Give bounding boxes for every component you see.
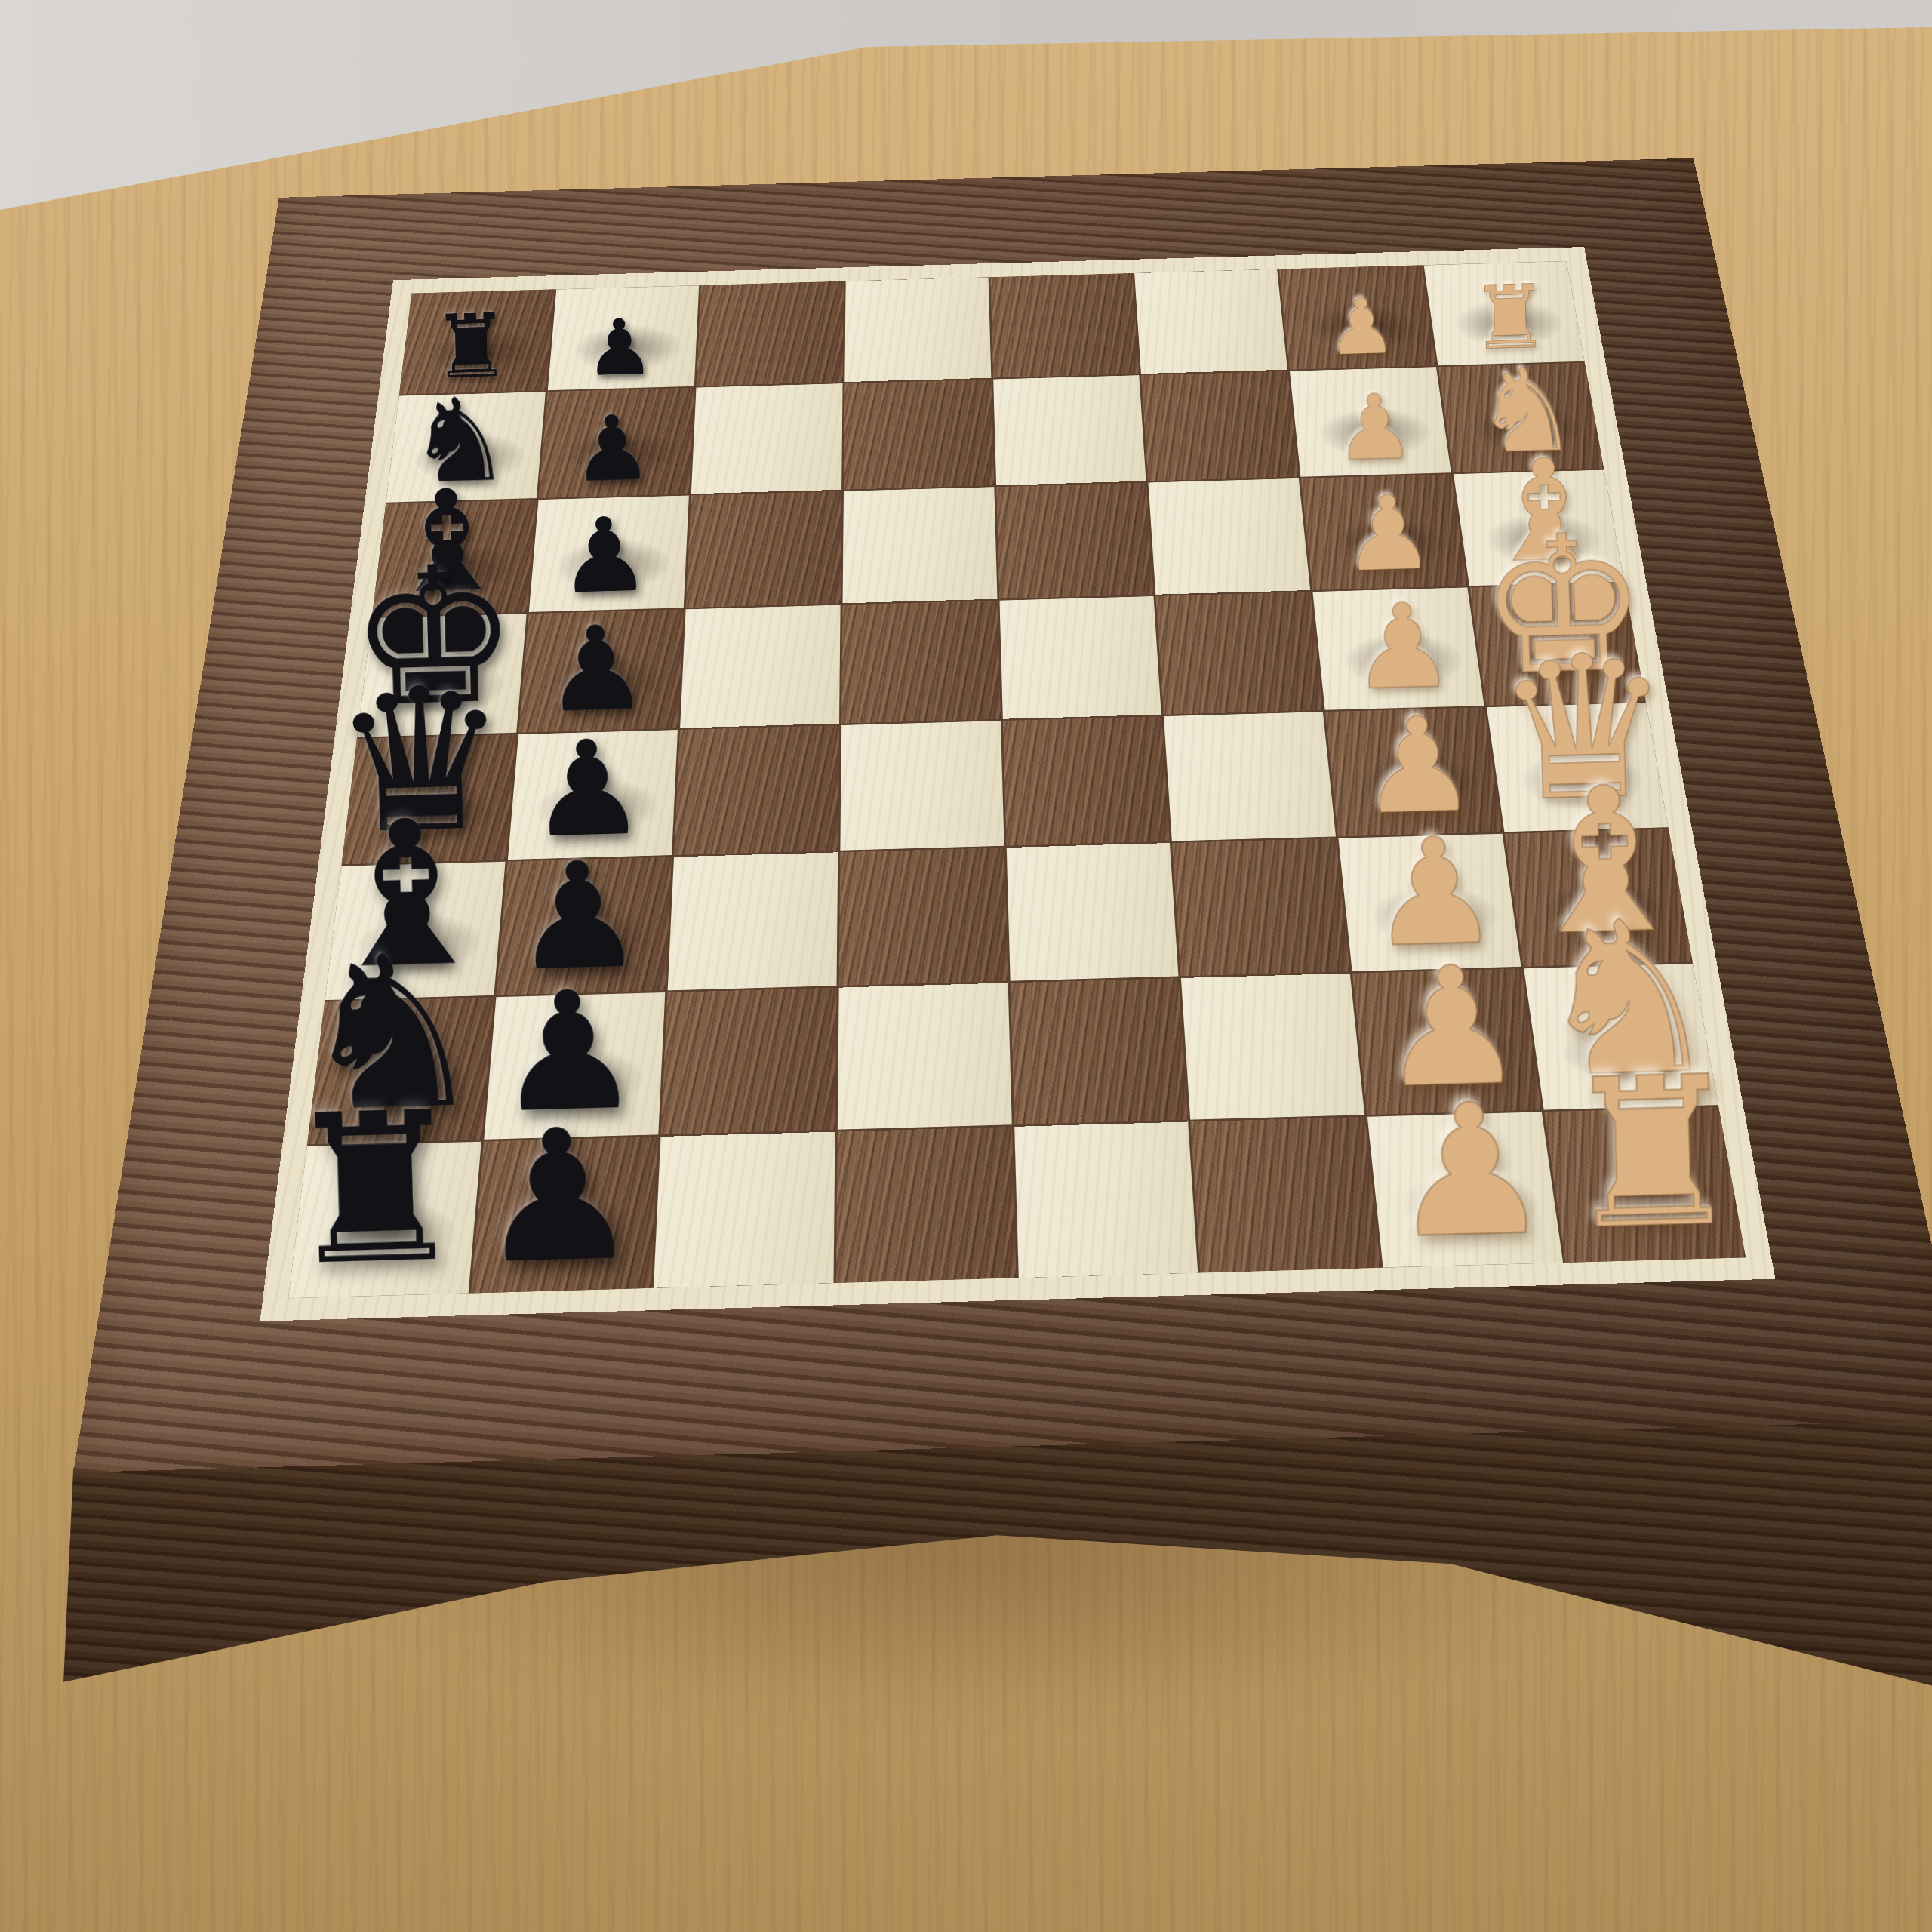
square-e5[interactable]	[841, 601, 1001, 724]
black-rook[interactable]: ♜	[281, 1084, 471, 1295]
white-pawn[interactable]: ♟	[1341, 481, 1436, 586]
square-b6[interactable]	[660, 988, 836, 1134]
square-f7[interactable]: ♟	[529, 495, 689, 611]
square-d3[interactable]	[1164, 712, 1336, 841]
square-e3[interactable]	[1156, 592, 1323, 714]
white-pawn[interactable]: ♟	[1333, 382, 1416, 474]
square-d6[interactable]	[674, 725, 839, 856]
square-g3[interactable]	[1141, 371, 1298, 481]
square-a4[interactable]	[1014, 1122, 1198, 1278]
perspective-scene: ♜♟♟♜♞♟♟♞♝♟♟♝♚♟♟♚♛♟♟♛♝♟♟♝♞♟♟♞♜♟♟♜	[0, 0, 1932, 1932]
board-inlay: ♜♟♟♜♞♟♟♞♝♟♟♝♚♟♟♚♛♟♟♛♝♟♟♝♞♟♟♞♜♟♟♜	[260, 247, 1775, 1321]
white-rook[interactable]: ♜	[1557, 1048, 1747, 1260]
board-grid: ♜♟♟♜♞♟♟♞♝♟♟♝♚♟♟♚♛♟♟♛♝♟♟♝♞♟♟♞♜♟♟♜	[288, 261, 1746, 1298]
square-a7[interactable]: ♟	[471, 1137, 658, 1293]
white-pawn[interactable]: ♟	[1326, 288, 1397, 367]
square-e4[interactable]	[999, 596, 1161, 719]
square-b4[interactable]	[1010, 978, 1188, 1124]
camera-tilt-wrapper: ♜♟♟♜♞♟♟♞♝♟♟♝♚♟♟♚♛♟♟♛♝♟♟♝♞♟♟♞♜♟♟♜	[0, 0, 1932, 1932]
square-h3[interactable]	[1134, 269, 1287, 374]
square-a3[interactable]	[1191, 1117, 1381, 1272]
square-f5[interactable]	[842, 487, 997, 603]
square-h5[interactable]	[844, 278, 991, 383]
square-e6[interactable]	[680, 605, 840, 728]
square-f3[interactable]	[1149, 478, 1311, 595]
square-g2[interactable]: ♟	[1290, 367, 1451, 477]
square-f4[interactable]	[996, 482, 1154, 598]
square-b5[interactable]	[837, 983, 1011, 1130]
square-c4[interactable]	[1006, 843, 1179, 981]
square-f6[interactable]	[685, 491, 841, 608]
white-pawn[interactable]: ♟	[1386, 1078, 1554, 1264]
photo-scene: ♜♟♟♜♞♟♟♞♝♟♟♝♚♟♟♚♛♟♟♛♝♟♟♝♞♟♟♞♜♟♟♜	[0, 0, 1932, 1932]
square-g6[interactable]	[691, 383, 843, 494]
square-h4[interactable]	[990, 273, 1140, 377]
square-a2[interactable]: ♟	[1367, 1112, 1563, 1268]
board-frame: ♜♟♟♜♞♟♟♞♝♟♟♝♚♟♟♚♛♟♟♛♝♟♟♝♞♟♟♞♜♟♟♜	[73, 158, 1932, 1473]
square-a6[interactable]	[654, 1132, 835, 1288]
black-pawn[interactable]: ♟	[475, 1104, 642, 1290]
square-f2[interactable]: ♟	[1301, 474, 1467, 590]
square-g5[interactable]	[844, 380, 994, 490]
square-h6[interactable]	[696, 281, 843, 386]
square-g7[interactable]: ♟	[539, 388, 694, 498]
square-d4[interactable]	[1002, 716, 1170, 846]
black-pawn[interactable]: ♟	[584, 308, 655, 387]
square-h2[interactable]: ♟	[1279, 265, 1436, 369]
square-c5[interactable]	[838, 848, 1008, 986]
square-c6[interactable]	[667, 853, 838, 991]
square-d5[interactable]	[840, 721, 1004, 851]
square-a5[interactable]	[835, 1127, 1015, 1283]
black-pawn[interactable]: ♟	[571, 403, 654, 495]
square-c3[interactable]	[1172, 838, 1349, 976]
square-a1[interactable]: ♜	[1544, 1107, 1746, 1263]
square-h7[interactable]: ♟	[548, 285, 699, 390]
black-pawn[interactable]: ♟	[558, 503, 653, 608]
chess-board: ♜♟♟♜♞♟♟♞♝♟♟♝♚♟♟♚♛♟♟♛♝♟♟♝♞♟♟♞♜♟♟♜	[73, 158, 1932, 1473]
square-g4[interactable]	[993, 375, 1146, 485]
square-b3[interactable]	[1181, 974, 1364, 1120]
square-a8[interactable]: ♜	[288, 1142, 481, 1298]
